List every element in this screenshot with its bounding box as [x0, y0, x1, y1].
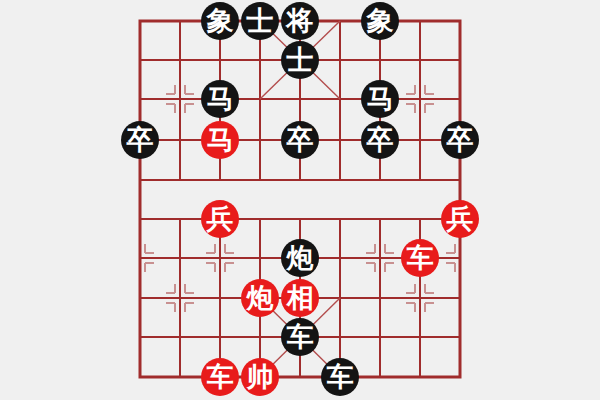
piece-glyph: 卒 — [447, 126, 474, 153]
piece-glyph: 兵 — [207, 205, 234, 232]
piece-glyph: 炮 — [247, 284, 274, 311]
piece-glyph: 卒 — [127, 126, 154, 153]
piece-black-chariot[interactable]: 车 — [321, 358, 359, 396]
piece-glyph: 士 — [247, 7, 274, 34]
piece-glyph: 马 — [367, 85, 394, 112]
piece-glyph: 炮 — [287, 244, 314, 271]
piece-black-soldier[interactable]: 卒 — [441, 121, 479, 159]
piece-black-chariot[interactable]: 车 — [281, 318, 319, 356]
piece-glyph: 象 — [207, 7, 234, 34]
piece-black-advisor[interactable]: 士 — [281, 41, 319, 79]
piece-red-chariot[interactable]: 车 — [201, 358, 239, 396]
piece-glyph: 车 — [207, 363, 234, 390]
piece-glyph: 车 — [327, 363, 354, 390]
piece-glyph: 马 — [207, 126, 234, 153]
piece-black-soldier[interactable]: 卒 — [281, 121, 319, 159]
piece-black-advisor[interactable]: 士 — [241, 2, 279, 40]
xiangqi-app: 象士将象士马马卒马卒卒卒兵兵炮车炮相车车帅车 — [0, 0, 600, 400]
piece-black-horse[interactable]: 马 — [361, 80, 399, 118]
piece-black-horse[interactable]: 马 — [201, 80, 239, 118]
piece-black-cannon[interactable]: 炮 — [281, 239, 319, 277]
piece-glyph: 马 — [207, 85, 234, 112]
piece-red-horse[interactable]: 马 — [201, 121, 239, 159]
piece-black-soldier[interactable]: 卒 — [121, 121, 159, 159]
piece-red-cannon[interactable]: 炮 — [241, 279, 279, 317]
piece-black-soldier[interactable]: 卒 — [361, 121, 399, 159]
piece-glyph: 车 — [287, 323, 314, 350]
piece-red-soldier[interactable]: 兵 — [201, 200, 239, 238]
piece-glyph: 车 — [407, 244, 434, 271]
pieces-layer: 象士将象士马马卒马卒卒卒兵兵炮车炮相车车帅车 — [0, 0, 600, 400]
piece-glyph: 兵 — [447, 205, 474, 232]
piece-red-soldier[interactable]: 兵 — [441, 200, 479, 238]
piece-black-general[interactable]: 将 — [281, 2, 319, 40]
piece-black-elephant[interactable]: 象 — [361, 2, 399, 40]
piece-glyph: 士 — [287, 46, 314, 73]
piece-glyph: 卒 — [287, 126, 314, 153]
piece-glyph: 帅 — [247, 363, 274, 390]
piece-glyph: 卒 — [367, 126, 394, 153]
piece-black-elephant[interactable]: 象 — [201, 2, 239, 40]
piece-glyph: 象 — [367, 7, 394, 34]
piece-glyph: 将 — [287, 7, 314, 34]
piece-glyph: 相 — [287, 284, 314, 311]
piece-red-general[interactable]: 帅 — [241, 358, 279, 396]
piece-red-chariot[interactable]: 车 — [401, 239, 439, 277]
piece-red-elephant[interactable]: 相 — [281, 279, 319, 317]
